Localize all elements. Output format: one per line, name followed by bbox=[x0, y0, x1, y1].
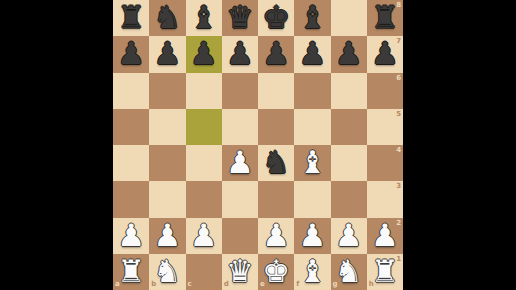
black-queen[interactable]: ♛ bbox=[226, 0, 254, 35]
black-pawn[interactable]: ♟ bbox=[226, 36, 254, 71]
square-c1[interactable]: c bbox=[186, 254, 222, 290]
black-rook[interactable]: ♜ bbox=[117, 0, 145, 35]
square-h8[interactable]: ♜8 bbox=[367, 0, 403, 36]
square-h3[interactable]: 3 bbox=[367, 181, 403, 217]
white-pawn[interactable]: ♟ bbox=[226, 145, 254, 180]
square-b3[interactable] bbox=[149, 181, 185, 217]
square-a7[interactable]: ♟ bbox=[113, 36, 149, 72]
white-pawn[interactable]: ♟ bbox=[371, 218, 399, 253]
square-h6[interactable]: 6 bbox=[367, 73, 403, 109]
white-rook[interactable]: ♜ bbox=[371, 254, 399, 289]
square-c5[interactable] bbox=[186, 109, 222, 145]
black-bishop[interactable]: ♝ bbox=[298, 0, 326, 35]
square-g5[interactable] bbox=[331, 109, 367, 145]
letterbox-left bbox=[0, 0, 113, 290]
square-d7[interactable]: ♟ bbox=[222, 36, 258, 72]
black-pawn[interactable]: ♟ bbox=[335, 36, 363, 71]
video-frame: ♜♞♝♛♚♝♜8♟♟♟♟♟♟♟♟765♟♞♝43♟♟♟♟♟♟♟2♜a♞bc♛d♚… bbox=[0, 0, 516, 290]
black-pawn[interactable]: ♟ bbox=[371, 36, 399, 71]
square-a3[interactable] bbox=[113, 181, 149, 217]
file-label-d: d bbox=[224, 281, 229, 288]
white-bishop[interactable]: ♝ bbox=[298, 145, 326, 180]
square-f5[interactable] bbox=[294, 109, 330, 145]
square-h5[interactable]: 5 bbox=[367, 109, 403, 145]
square-a4[interactable] bbox=[113, 145, 149, 181]
square-c4[interactable] bbox=[186, 145, 222, 181]
square-g3[interactable] bbox=[331, 181, 367, 217]
square-g7[interactable]: ♟ bbox=[331, 36, 367, 72]
square-f4[interactable]: ♝ bbox=[294, 145, 330, 181]
square-e8[interactable]: ♚ bbox=[258, 0, 294, 36]
file-label-a: a bbox=[115, 281, 120, 288]
rank-label-5: 5 bbox=[396, 111, 401, 118]
square-d3[interactable] bbox=[222, 181, 258, 217]
square-g6[interactable] bbox=[331, 73, 367, 109]
square-f3[interactable] bbox=[294, 181, 330, 217]
square-g1[interactable]: ♞g bbox=[331, 254, 367, 290]
square-a8[interactable]: ♜ bbox=[113, 0, 149, 36]
square-c2[interactable]: ♟ bbox=[186, 218, 222, 254]
square-b5[interactable] bbox=[149, 109, 185, 145]
square-g8[interactable] bbox=[331, 0, 367, 36]
square-d6[interactable] bbox=[222, 73, 258, 109]
letterbox-right bbox=[403, 0, 516, 290]
square-e1[interactable]: ♚e bbox=[258, 254, 294, 290]
black-king[interactable]: ♚ bbox=[262, 0, 290, 35]
square-e3[interactable] bbox=[258, 181, 294, 217]
black-pawn[interactable]: ♟ bbox=[262, 36, 290, 71]
square-d2[interactable] bbox=[222, 218, 258, 254]
white-pawn[interactable]: ♟ bbox=[262, 218, 290, 253]
square-b7[interactable]: ♟ bbox=[149, 36, 185, 72]
square-f7[interactable]: ♟ bbox=[294, 36, 330, 72]
file-label-e: e bbox=[260, 281, 265, 288]
square-a5[interactable] bbox=[113, 109, 149, 145]
white-king[interactable]: ♚ bbox=[262, 254, 290, 289]
square-c3[interactable] bbox=[186, 181, 222, 217]
white-bishop[interactable]: ♝ bbox=[298, 254, 326, 289]
white-queen[interactable]: ♛ bbox=[226, 254, 254, 289]
square-b8[interactable]: ♞ bbox=[149, 0, 185, 36]
square-a1[interactable]: ♜a bbox=[113, 254, 149, 290]
white-pawn[interactable]: ♟ bbox=[298, 218, 326, 253]
black-knight[interactable]: ♞ bbox=[262, 145, 290, 180]
file-label-f: f bbox=[296, 281, 299, 288]
white-pawn[interactable]: ♟ bbox=[335, 218, 363, 253]
white-rook[interactable]: ♜ bbox=[117, 254, 145, 289]
square-c8[interactable]: ♝ bbox=[186, 0, 222, 36]
square-b6[interactable] bbox=[149, 73, 185, 109]
rank-label-1: 1 bbox=[396, 256, 401, 263]
white-pawn[interactable]: ♟ bbox=[153, 218, 181, 253]
file-label-g: g bbox=[333, 281, 338, 288]
square-c7[interactable]: ♟ bbox=[186, 36, 222, 72]
chess-board[interactable]: ♜♞♝♛♚♝♜8♟♟♟♟♟♟♟♟765♟♞♝43♟♟♟♟♟♟♟2♜a♞bc♛d♚… bbox=[113, 0, 403, 290]
square-g2[interactable]: ♟ bbox=[331, 218, 367, 254]
square-e5[interactable] bbox=[258, 109, 294, 145]
white-pawn[interactable]: ♟ bbox=[117, 218, 145, 253]
square-a6[interactable] bbox=[113, 73, 149, 109]
rank-label-3: 3 bbox=[396, 183, 401, 190]
white-pawn[interactable]: ♟ bbox=[190, 218, 218, 253]
file-label-b: b bbox=[151, 281, 156, 288]
square-f8[interactable]: ♝ bbox=[294, 0, 330, 36]
file-label-h: h bbox=[369, 281, 374, 288]
black-rook[interactable]: ♜ bbox=[371, 0, 399, 35]
square-b1[interactable]: ♞b bbox=[149, 254, 185, 290]
square-b2[interactable]: ♟ bbox=[149, 218, 185, 254]
white-knight[interactable]: ♞ bbox=[335, 254, 363, 289]
square-h7[interactable]: ♟7 bbox=[367, 36, 403, 72]
square-d8[interactable]: ♛ bbox=[222, 0, 258, 36]
rank-label-2: 2 bbox=[396, 220, 401, 227]
black-bishop[interactable]: ♝ bbox=[190, 0, 218, 35]
rank-label-6: 6 bbox=[396, 75, 401, 82]
square-h2[interactable]: ♟2 bbox=[367, 218, 403, 254]
square-f2[interactable]: ♟ bbox=[294, 218, 330, 254]
square-d1[interactable]: ♛d bbox=[222, 254, 258, 290]
square-a2[interactable]: ♟ bbox=[113, 218, 149, 254]
file-label-c: c bbox=[188, 281, 192, 288]
square-b4[interactable] bbox=[149, 145, 185, 181]
square-h1[interactable]: ♜1h bbox=[367, 254, 403, 290]
square-g4[interactable] bbox=[331, 145, 367, 181]
square-h4[interactable]: 4 bbox=[367, 145, 403, 181]
black-pawn[interactable]: ♟ bbox=[190, 36, 218, 71]
rank-label-7: 7 bbox=[396, 38, 401, 45]
black-knight[interactable]: ♞ bbox=[153, 0, 181, 35]
square-d4[interactable]: ♟ bbox=[222, 145, 258, 181]
black-pawn[interactable]: ♟ bbox=[117, 36, 145, 71]
rank-label-8: 8 bbox=[396, 2, 401, 9]
square-c6[interactable] bbox=[186, 73, 222, 109]
square-e6[interactable] bbox=[258, 73, 294, 109]
square-e2[interactable]: ♟ bbox=[258, 218, 294, 254]
black-pawn[interactable]: ♟ bbox=[153, 36, 181, 71]
rank-label-4: 4 bbox=[396, 147, 401, 154]
square-f6[interactable] bbox=[294, 73, 330, 109]
white-knight[interactable]: ♞ bbox=[153, 254, 181, 289]
black-pawn[interactable]: ♟ bbox=[298, 36, 326, 71]
square-e4[interactable]: ♞ bbox=[258, 145, 294, 181]
square-d5[interactable] bbox=[222, 109, 258, 145]
square-e7[interactable]: ♟ bbox=[258, 36, 294, 72]
square-f1[interactable]: ♝f bbox=[294, 254, 330, 290]
